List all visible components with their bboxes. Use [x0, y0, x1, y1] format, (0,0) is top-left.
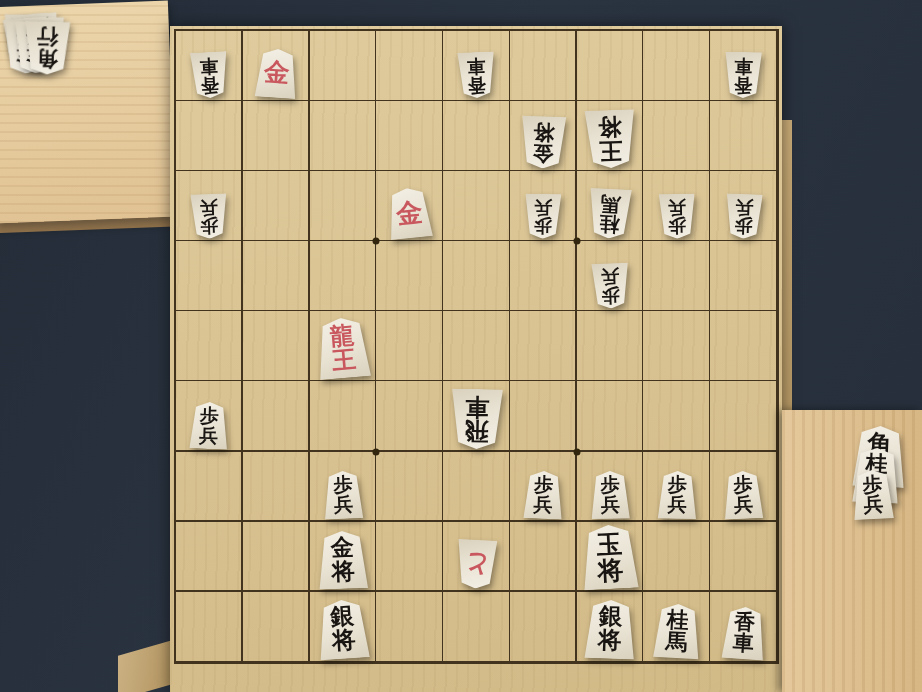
square-3f[interactable] [577, 382, 644, 452]
piece-kanji: 兵 [533, 494, 553, 514]
square-8e[interactable] [243, 311, 310, 381]
gote-captured-tray: 歩兵歩兵歩兵歩兵歩兵桂馬金将金将角行 [0, 1, 176, 224]
square-7b[interactable] [310, 101, 377, 171]
square-9i[interactable] [176, 592, 243, 662]
square-8d[interactable] [243, 241, 310, 311]
square-8c[interactable] [243, 171, 310, 241]
square-9h[interactable] [176, 522, 243, 592]
gote-captured-rows: 歩兵歩兵歩兵歩兵歩兵桂馬金将金将角行 [0, 9, 170, 215]
piece-kanji: 兵 [735, 197, 754, 216]
sente-captured-tray: 角行桂馬歩兵 [782, 410, 922, 692]
square-4a[interactable] [510, 31, 577, 101]
board-grid: 香車金香車香車金将王将歩兵金歩兵桂馬歩兵歩兵歩兵龍王歩兵飛車歩兵歩兵歩兵歩兵歩兵… [174, 29, 779, 664]
piece-kanji: 兵 [668, 198, 686, 217]
piece-kanji: 将 [598, 115, 622, 139]
square-9d[interactable] [176, 241, 243, 311]
square-5c[interactable] [443, 171, 510, 241]
piece-kanji: 兵 [333, 494, 353, 514]
square-8b[interactable] [243, 101, 310, 171]
piece-kanji: と [463, 551, 490, 578]
piece-kanji: 車 [465, 394, 489, 419]
piece-kanji: 将 [533, 120, 555, 142]
piece-kanji: 角 [36, 48, 58, 70]
square-1d[interactable] [710, 241, 777, 311]
square-9b[interactable] [176, 101, 243, 171]
square-4d[interactable] [510, 241, 577, 311]
piece-kanji: 兵 [863, 494, 884, 515]
square-4f[interactable] [510, 382, 577, 452]
square-6i[interactable] [376, 592, 443, 662]
piece-kanji: 飛 [464, 418, 488, 443]
piece-kanji: 兵 [734, 494, 754, 514]
square-6g[interactable] [376, 452, 443, 522]
piece-kanji: 車 [732, 632, 754, 655]
sente-captured-column: 角行桂馬歩兵 [782, 426, 922, 676]
captured-row: 歩兵歩兵歩兵 [0, 9, 162, 16]
square-2d[interactable] [643, 241, 710, 311]
square-5d[interactable] [443, 241, 510, 311]
square-4i[interactable] [510, 592, 577, 662]
square-4e[interactable] [510, 311, 577, 381]
square-6h[interactable] [376, 522, 443, 592]
square-7c[interactable] [310, 171, 377, 241]
piece-kanji: 行 [37, 26, 59, 48]
square-9g[interactable] [176, 452, 243, 522]
piece-kanji: 歩 [534, 216, 552, 235]
piece-kanji: 兵 [601, 495, 620, 515]
square-1b[interactable] [710, 101, 777, 171]
square-8g[interactable] [243, 452, 310, 522]
piece-kanji: 馬 [600, 193, 621, 214]
hoshi-dot [373, 238, 380, 245]
board-side-edge [118, 640, 172, 692]
square-5b[interactable] [443, 101, 510, 171]
hoshi-dot [373, 448, 380, 455]
square-6b[interactable] [376, 101, 443, 171]
square-8f[interactable] [243, 382, 310, 452]
shogi-board: 香車金香車香車金将王将歩兵金歩兵桂馬歩兵歩兵歩兵龍王歩兵飛車歩兵歩兵歩兵歩兵歩兵… [170, 26, 782, 692]
piece-kanji: 兵 [667, 495, 686, 515]
square-2a[interactable] [643, 31, 710, 101]
square-3e[interactable] [577, 311, 644, 381]
hoshi-dot [573, 448, 580, 455]
piece-kanji: 兵 [199, 425, 218, 445]
square-8i[interactable] [243, 592, 310, 662]
square-6e[interactable] [376, 311, 443, 381]
piece-kanji: 将 [331, 559, 355, 583]
piece-kanji: 金 [395, 198, 424, 227]
square-5e[interactable] [443, 311, 510, 381]
piece-kanji: 王 [598, 139, 622, 163]
piece-kanji: 兵 [200, 197, 219, 216]
piece-kanji: 将 [597, 556, 624, 583]
piece-kanji: 香 [200, 75, 219, 95]
piece-kanji: 金 [263, 60, 290, 88]
square-1e[interactable] [710, 311, 777, 381]
piece-kanji: 金 [532, 142, 554, 164]
board-right-edge [782, 120, 792, 410]
piece-kanji: 歩 [601, 285, 620, 304]
piece-kanji: 将 [597, 629, 621, 654]
piece-kanji: 玉 [596, 530, 623, 557]
square-6f[interactable] [376, 382, 443, 452]
piece-kanji: 車 [199, 56, 218, 76]
square-5g[interactable] [443, 452, 510, 522]
piece-kanji: 香 [467, 75, 486, 94]
square-7f[interactable] [310, 382, 377, 452]
square-2e[interactable] [643, 311, 710, 381]
square-2h[interactable] [643, 522, 710, 592]
square-2b[interactable] [643, 101, 710, 171]
piece-kanji: 歩 [668, 216, 686, 235]
square-1h[interactable] [710, 522, 777, 592]
square-6a[interactable] [376, 31, 443, 101]
piece-kanji: 歩 [200, 406, 219, 426]
piece-kanji: 車 [734, 56, 753, 75]
piece-kanji: 兵 [600, 267, 619, 286]
square-4h[interactable] [510, 522, 577, 592]
piece-kanji: 車 [467, 56, 486, 75]
piece-kanji: 馬 [665, 631, 688, 654]
piece-kanji: 桂 [599, 213, 620, 234]
square-1f[interactable] [710, 382, 777, 452]
square-7a[interactable] [310, 31, 377, 101]
square-8h[interactable] [243, 522, 310, 592]
piece-kanji: 王 [331, 347, 357, 373]
square-3a[interactable] [577, 31, 644, 101]
square-5i[interactable] [443, 592, 510, 662]
square-2f[interactable] [643, 382, 710, 452]
piece-kanji: 将 [331, 629, 356, 655]
piece-kanji: 兵 [534, 198, 552, 217]
hoshi-dot [573, 238, 580, 245]
square-7d[interactable] [310, 241, 377, 311]
piece-kanji: 金 [331, 536, 355, 560]
square-9e[interactable] [176, 311, 243, 381]
piece-kanji: 香 [734, 75, 753, 94]
square-6d[interactable] [376, 241, 443, 311]
